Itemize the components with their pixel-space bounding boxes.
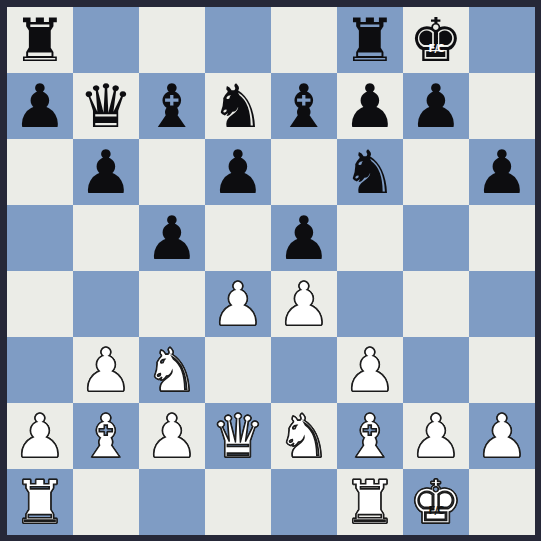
piece-black-pawn[interactable]: ♟ — [271, 205, 337, 271]
square-h6[interactable]: ♟ — [469, 139, 535, 205]
piece-black-knight[interactable]: ♞ — [337, 139, 403, 205]
square-e1[interactable] — [271, 469, 337, 535]
square-h4[interactable] — [469, 271, 535, 337]
square-f1[interactable]: ♜ — [337, 469, 403, 535]
square-a4[interactable] — [7, 271, 73, 337]
square-d1[interactable] — [205, 469, 271, 535]
square-a1[interactable]: ♜ — [7, 469, 73, 535]
square-d2[interactable]: ♛ — [205, 403, 271, 469]
square-c6[interactable] — [139, 139, 205, 205]
square-g8[interactable]: ♚F/C — [403, 7, 469, 73]
piece-black-pawn[interactable]: ♟ — [469, 139, 535, 205]
piece-white-knight[interactable]: ♞ — [271, 403, 337, 469]
piece-white-pawn[interactable]: ♟ — [271, 271, 337, 337]
piece-black-pawn[interactable]: ♟ — [205, 139, 271, 205]
piece-white-knight[interactable]: ♞ — [139, 337, 205, 403]
square-a2[interactable]: ♟ — [7, 403, 73, 469]
square-g3[interactable] — [403, 337, 469, 403]
square-d3[interactable] — [205, 337, 271, 403]
square-f6[interactable]: ♞ — [337, 139, 403, 205]
piece-white-queen[interactable]: ♛ — [205, 403, 271, 469]
square-e8[interactable] — [271, 7, 337, 73]
square-f8[interactable]: ♜ — [337, 7, 403, 73]
piece-black-knight[interactable]: ♞ — [205, 73, 271, 139]
piece-white-pawn[interactable]: ♟ — [403, 403, 469, 469]
square-h8[interactable] — [469, 7, 535, 73]
square-d4[interactable]: ♟ — [205, 271, 271, 337]
chess-app-window: ♜♜♚F/C♟♛♝♞♝♟♟♟♟♞♟♟♟♟♟♟♞♟♟♝♟♛♞♝♟♟♜♜♚F/C — [0, 0, 541, 541]
square-e3[interactable] — [271, 337, 337, 403]
square-g1[interactable]: ♚F/C — [403, 469, 469, 535]
piece-white-rook[interactable]: ♜ — [7, 469, 73, 535]
piece-white-king[interactable]: ♚ — [403, 469, 469, 535]
square-b2[interactable]: ♝ — [73, 403, 139, 469]
square-a6[interactable] — [7, 139, 73, 205]
square-c2[interactable]: ♟ — [139, 403, 205, 469]
piece-white-pawn[interactable]: ♟ — [139, 403, 205, 469]
piece-white-pawn[interactable]: ♟ — [337, 337, 403, 403]
square-c7[interactable]: ♝ — [139, 73, 205, 139]
square-g5[interactable] — [403, 205, 469, 271]
square-f5[interactable] — [337, 205, 403, 271]
square-g2[interactable]: ♟ — [403, 403, 469, 469]
piece-black-pawn[interactable]: ♟ — [139, 205, 205, 271]
square-c4[interactable] — [139, 271, 205, 337]
square-b5[interactable] — [73, 205, 139, 271]
square-b1[interactable] — [73, 469, 139, 535]
square-g4[interactable] — [403, 271, 469, 337]
square-b4[interactable] — [73, 271, 139, 337]
square-f7[interactable]: ♟ — [337, 73, 403, 139]
square-c1[interactable] — [139, 469, 205, 535]
square-f3[interactable]: ♟ — [337, 337, 403, 403]
square-g7[interactable]: ♟ — [403, 73, 469, 139]
square-d6[interactable]: ♟ — [205, 139, 271, 205]
square-c8[interactable] — [139, 7, 205, 73]
piece-black-pawn[interactable]: ♟ — [7, 73, 73, 139]
piece-white-pawn[interactable]: ♟ — [73, 337, 139, 403]
square-d7[interactable]: ♞ — [205, 73, 271, 139]
square-a7[interactable]: ♟ — [7, 73, 73, 139]
square-e4[interactable]: ♟ — [271, 271, 337, 337]
piece-white-pawn[interactable]: ♟ — [7, 403, 73, 469]
square-b3[interactable]: ♟ — [73, 337, 139, 403]
square-b6[interactable]: ♟ — [73, 139, 139, 205]
piece-white-pawn[interactable]: ♟ — [469, 403, 535, 469]
square-a8[interactable]: ♜ — [7, 7, 73, 73]
piece-black-rook[interactable]: ♜ — [7, 7, 73, 73]
square-c5[interactable]: ♟ — [139, 205, 205, 271]
piece-white-pawn[interactable]: ♟ — [205, 271, 271, 337]
piece-black-bishop[interactable]: ♝ — [139, 73, 205, 139]
square-b7[interactable]: ♛ — [73, 73, 139, 139]
square-c3[interactable]: ♞ — [139, 337, 205, 403]
square-e2[interactable]: ♞ — [271, 403, 337, 469]
piece-black-rook[interactable]: ♜ — [337, 7, 403, 73]
piece-black-pawn[interactable]: ♟ — [403, 73, 469, 139]
square-e7[interactable]: ♝ — [271, 73, 337, 139]
square-d5[interactable] — [205, 205, 271, 271]
chess-board: ♜♜♚F/C♟♛♝♞♝♟♟♟♟♞♟♟♟♟♟♟♞♟♟♝♟♛♞♝♟♟♜♜♚F/C — [7, 7, 535, 535]
square-f2[interactable]: ♝ — [337, 403, 403, 469]
square-e5[interactable]: ♟ — [271, 205, 337, 271]
square-d8[interactable] — [205, 7, 271, 73]
square-h1[interactable] — [469, 469, 535, 535]
square-a5[interactable] — [7, 205, 73, 271]
piece-white-rook[interactable]: ♜ — [337, 469, 403, 535]
square-b8[interactable] — [73, 7, 139, 73]
square-h7[interactable] — [469, 73, 535, 139]
piece-black-pawn[interactable]: ♟ — [73, 139, 139, 205]
piece-white-bishop[interactable]: ♝ — [73, 403, 139, 469]
square-f4[interactable] — [337, 271, 403, 337]
square-h2[interactable]: ♟ — [469, 403, 535, 469]
square-a3[interactable] — [7, 337, 73, 403]
piece-black-queen[interactable]: ♛ — [73, 73, 139, 139]
square-e6[interactable] — [271, 139, 337, 205]
piece-white-bishop[interactable]: ♝ — [337, 403, 403, 469]
piece-black-bishop[interactable]: ♝ — [271, 73, 337, 139]
square-g6[interactable] — [403, 139, 469, 205]
square-h3[interactable] — [469, 337, 535, 403]
piece-black-king[interactable]: ♚ — [403, 7, 469, 73]
square-h5[interactable] — [469, 205, 535, 271]
piece-black-pawn[interactable]: ♟ — [337, 73, 403, 139]
